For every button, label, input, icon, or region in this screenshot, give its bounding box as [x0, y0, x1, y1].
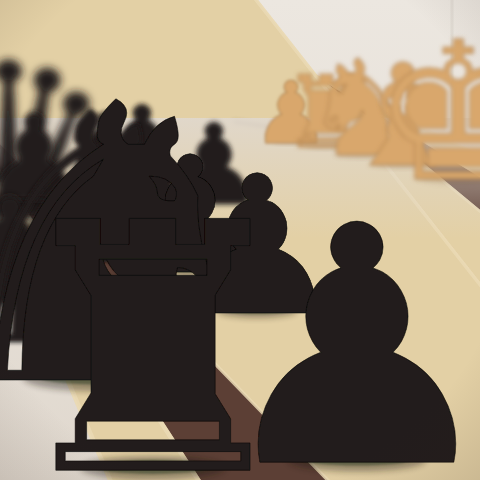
- chess-scene-canvas: ♟♜♞♝♚♛♟♟♟♟♟♞♟♟♞♟♜♟: [0, 0, 480, 480]
- chess-set-photo: ♟♜♞♝♚♛♟♟♟♟♟♞♟♟♞♟♜♟: [0, 0, 480, 480]
- vignette-overlay: [0, 0, 480, 480]
